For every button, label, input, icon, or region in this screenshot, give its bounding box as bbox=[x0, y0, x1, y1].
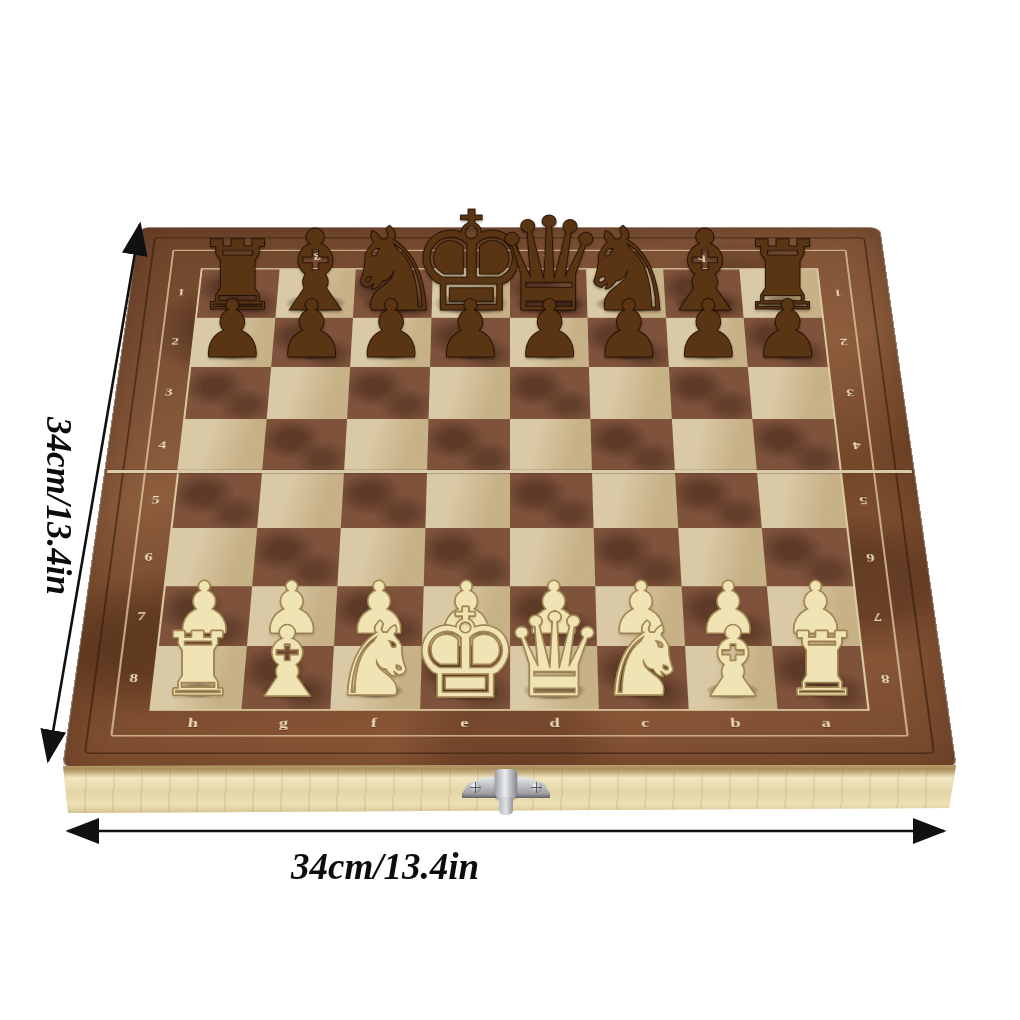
rank-label-left-2: 2 bbox=[164, 335, 186, 347]
rank-label-left-3: 3 bbox=[157, 386, 180, 398]
rank-label-left-7: 7 bbox=[129, 610, 154, 625]
file-label-bottom-c: c bbox=[633, 715, 658, 731]
square-f7 bbox=[334, 586, 423, 646]
square-c8 bbox=[597, 646, 688, 709]
file-label-top-g: g bbox=[307, 252, 328, 263]
clasp-barrel bbox=[495, 769, 517, 799]
square-g2 bbox=[271, 317, 353, 367]
square-e4 bbox=[427, 419, 510, 473]
file-label-top-c: c bbox=[614, 252, 635, 263]
square-c2 bbox=[588, 317, 669, 367]
square-e1 bbox=[431, 269, 509, 317]
square-g3 bbox=[266, 367, 350, 419]
square-d8 bbox=[510, 646, 599, 709]
file-label-top-e: e bbox=[461, 252, 482, 263]
rank-label-left-4: 4 bbox=[151, 439, 174, 452]
square-h4 bbox=[179, 419, 266, 473]
square-g6 bbox=[252, 528, 341, 586]
board-squares-grid bbox=[149, 268, 869, 710]
square-b4 bbox=[672, 419, 758, 473]
rank-label-right-5: 5 bbox=[852, 494, 876, 507]
square-a4 bbox=[753, 419, 840, 473]
square-f3 bbox=[347, 367, 430, 419]
file-label-bottom-a: a bbox=[813, 715, 839, 731]
file-label-bottom-f: f bbox=[362, 715, 387, 731]
square-h6 bbox=[166, 528, 257, 586]
square-f4 bbox=[344, 419, 428, 473]
rank-label-right-1: 1 bbox=[827, 286, 849, 298]
square-b8 bbox=[685, 646, 778, 709]
square-h7 bbox=[159, 586, 252, 646]
square-b7 bbox=[681, 586, 772, 646]
rank-label-left-6: 6 bbox=[136, 550, 160, 564]
left-dimension-label: 34cm/13.4in bbox=[36, 356, 80, 656]
square-d1 bbox=[510, 269, 588, 317]
square-a1 bbox=[740, 269, 822, 317]
square-b1 bbox=[663, 269, 744, 317]
rank-label-left-8: 8 bbox=[121, 671, 146, 686]
square-b6 bbox=[678, 528, 767, 586]
square-e3 bbox=[428, 367, 509, 419]
square-f1 bbox=[353, 269, 433, 317]
square-h2 bbox=[191, 317, 275, 367]
square-e2 bbox=[430, 317, 510, 367]
rank-label-right-2: 2 bbox=[833, 335, 855, 347]
square-g5 bbox=[257, 473, 344, 529]
square-f6 bbox=[338, 528, 426, 586]
square-e7 bbox=[422, 586, 510, 646]
square-b5 bbox=[675, 473, 762, 529]
square-d6 bbox=[510, 528, 596, 586]
rank-label-right-6: 6 bbox=[858, 550, 882, 564]
rank-label-right-4: 4 bbox=[845, 439, 868, 452]
square-e8 bbox=[420, 646, 509, 709]
bottom-dimension-label: 34cm/13.4in bbox=[291, 845, 479, 888]
square-h3 bbox=[185, 367, 271, 419]
metal-clasp bbox=[462, 769, 550, 819]
square-a8 bbox=[772, 646, 867, 709]
clasp-screw-left bbox=[470, 782, 481, 793]
rank-label-left-5: 5 bbox=[144, 494, 168, 507]
square-b3 bbox=[669, 367, 753, 419]
square-a5 bbox=[757, 473, 846, 529]
square-h5 bbox=[173, 473, 262, 529]
rank-label-right-7: 7 bbox=[865, 610, 890, 625]
file-label-top-f: f bbox=[384, 252, 405, 263]
square-f2 bbox=[350, 317, 431, 367]
file-label-bottom-h: h bbox=[180, 715, 206, 731]
folding-seam bbox=[107, 470, 912, 473]
square-d7 bbox=[510, 586, 598, 646]
square-d3 bbox=[510, 367, 591, 419]
square-a6 bbox=[762, 528, 853, 586]
file-label-bottom-b: b bbox=[723, 715, 748, 731]
square-b2 bbox=[666, 317, 748, 367]
square-c7 bbox=[595, 586, 684, 646]
square-c1 bbox=[586, 269, 666, 317]
file-label-top-b: b bbox=[691, 252, 712, 263]
file-label-top-d: d bbox=[538, 252, 559, 263]
rank-label-left-1: 1 bbox=[170, 286, 192, 298]
square-d2 bbox=[510, 317, 590, 367]
square-d5 bbox=[510, 473, 594, 529]
square-a2 bbox=[744, 317, 828, 367]
rank-label-right-8: 8 bbox=[873, 671, 898, 686]
file-label-bottom-d: d bbox=[543, 715, 567, 731]
square-g4 bbox=[262, 419, 348, 473]
square-d4 bbox=[510, 419, 593, 473]
square-a3 bbox=[748, 367, 834, 419]
product-photo-scene: 1122334455667788hhggffeeddccbbaa ♜♝♞♚♛♞♝… bbox=[0, 0, 1020, 1020]
file-label-top-h: h bbox=[230, 252, 252, 263]
square-a7 bbox=[767, 586, 860, 646]
clasp-screw-right bbox=[531, 782, 542, 793]
square-e6 bbox=[424, 528, 510, 586]
square-h8 bbox=[152, 646, 247, 709]
square-c5 bbox=[592, 473, 678, 529]
square-c4 bbox=[591, 419, 675, 473]
square-g8 bbox=[241, 646, 334, 709]
square-e5 bbox=[425, 473, 509, 529]
square-g7 bbox=[247, 586, 338, 646]
square-h1 bbox=[197, 269, 279, 317]
square-c6 bbox=[594, 528, 682, 586]
square-g1 bbox=[275, 269, 356, 317]
file-label-bottom-g: g bbox=[271, 715, 296, 731]
chess-board: 1122334455667788hhggffeeddccbbaa bbox=[63, 228, 956, 768]
square-f8 bbox=[331, 646, 422, 709]
file-label-bottom-e: e bbox=[452, 715, 476, 731]
rank-label-right-3: 3 bbox=[839, 386, 862, 398]
clasp-tab bbox=[499, 797, 513, 815]
square-f5 bbox=[341, 473, 427, 529]
file-label-top-a: a bbox=[768, 252, 790, 263]
square-c3 bbox=[589, 367, 672, 419]
